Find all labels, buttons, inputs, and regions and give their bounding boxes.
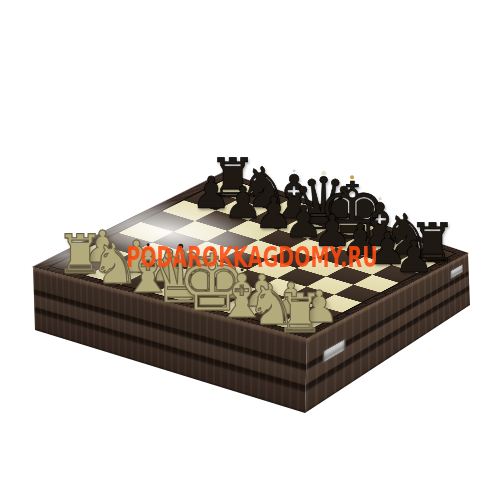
chess-set-photo: ♜♞♝♛♚♝♞♜♟♟♟♟♟♟♟♟♟♟♟♟♟♟♟♟♜♞♝♛♚♝♞♜ PODAROK… [0,0,500,500]
black-bishop-finial-icon [378,197,381,200]
metal-clasp-near-icon [323,338,346,364]
black-queen-finial-icon [321,170,326,175]
black-bishop-finial-icon [293,169,296,172]
metal-clasp-far-icon [450,263,463,279]
black-king-finial-icon [350,175,354,179]
